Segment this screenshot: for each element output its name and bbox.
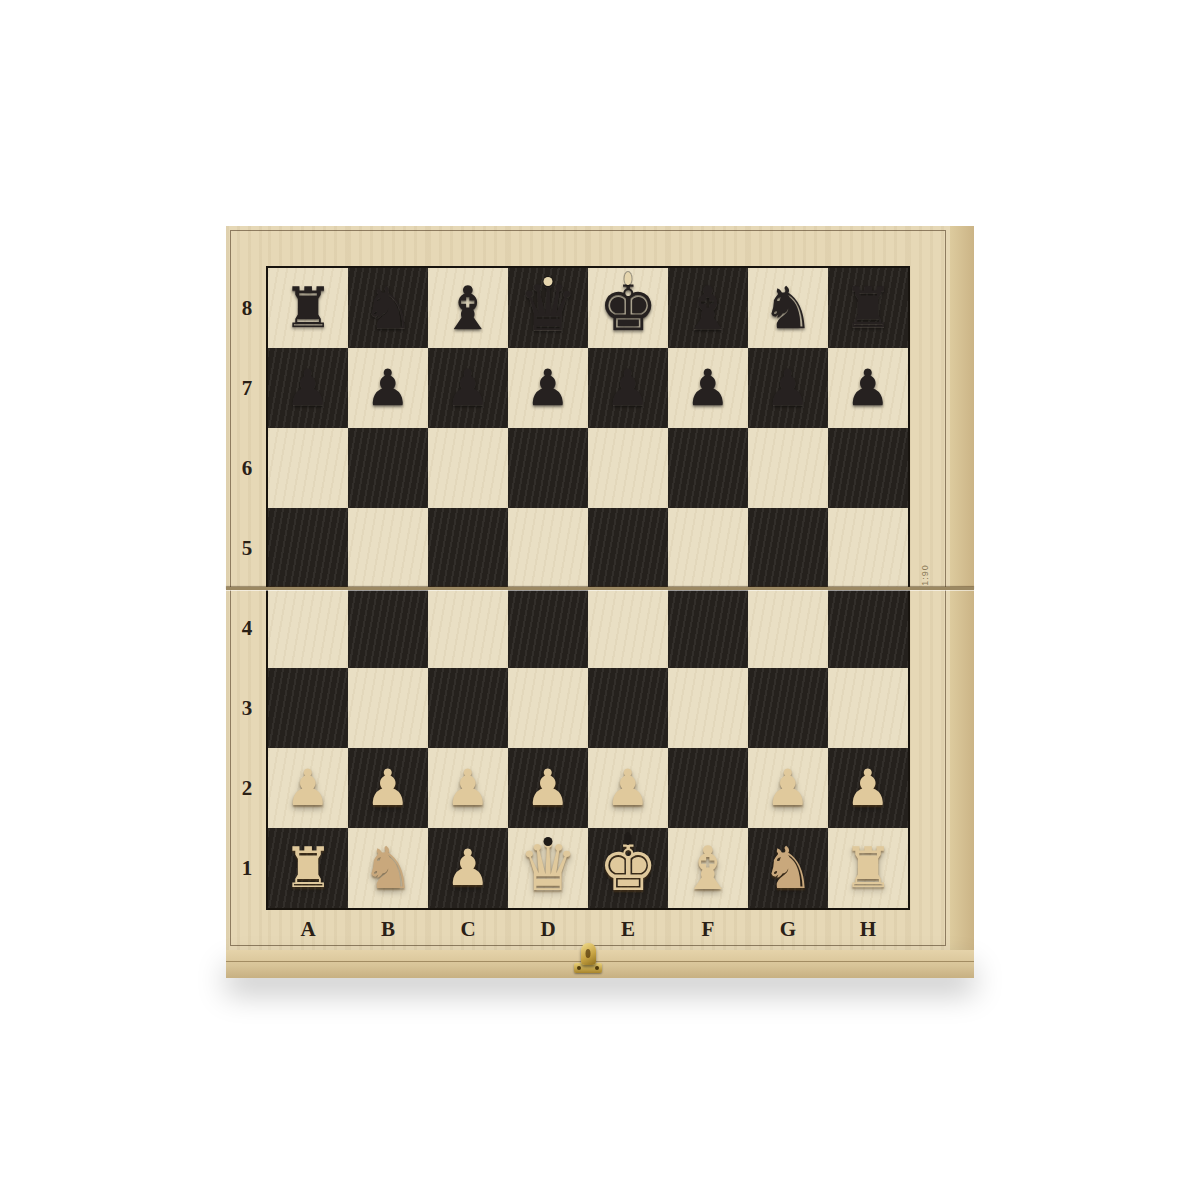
piece-black-knight-b8: ♞ (348, 268, 428, 348)
piece-black-bishop-c8: ♝ (428, 268, 508, 348)
square-h5 (828, 508, 908, 588)
board-border (268, 226, 348, 268)
square-a4 (268, 588, 348, 668)
piece-white-pawn-e2: ♟ (588, 748, 668, 828)
board-border (668, 226, 748, 268)
board-border (428, 226, 508, 268)
piece-white-king-e1: ♚ (588, 828, 668, 908)
clasp-screw (577, 966, 581, 970)
piece-black-rook-h8: ♜ (828, 268, 908, 348)
file-label-h: H (828, 908, 908, 950)
board-side-front (226, 950, 974, 978)
piece-white-pawn-g2: ♟ (748, 748, 828, 828)
square-a6 (268, 428, 348, 508)
square-a3 (268, 668, 348, 748)
square-h2: ♟ (828, 748, 908, 828)
square-h8: ♜ (828, 268, 908, 348)
square-d3 (508, 668, 588, 748)
square-d6 (508, 428, 588, 508)
file-label-a: A (268, 908, 348, 950)
board-border (908, 828, 950, 908)
file-label-c: C (428, 908, 508, 950)
rank-label-7: 7 (226, 348, 268, 428)
square-f6 (668, 428, 748, 508)
square-c5 (428, 508, 508, 588)
square-b3 (348, 668, 428, 748)
board-border (908, 348, 950, 428)
square-h1: ♜ (828, 828, 908, 908)
square-g1: ♞ (748, 828, 828, 908)
piece-white-pawn-c2: ♟ (428, 748, 508, 828)
piece-black-pawn-e7: ♟ (588, 348, 668, 428)
square-f4 (668, 588, 748, 668)
board-border (908, 668, 950, 748)
square-d8: ♛ (508, 268, 588, 348)
square-h3 (828, 668, 908, 748)
finial-light (544, 277, 553, 286)
board-border (348, 226, 428, 268)
piece-white-knight-g1: ♞ (748, 828, 828, 908)
board-border (908, 908, 950, 950)
piece-black-pawn-g7: ♟ (748, 348, 828, 428)
square-b7: ♟ (348, 348, 428, 428)
square-f3 (668, 668, 748, 748)
square-f2 (668, 748, 748, 828)
piece-white-knight-b1: ♞ (348, 828, 428, 908)
piece-black-pawn-c7: ♟ (428, 348, 508, 428)
square-c1: ♟ (428, 828, 508, 908)
square-d2: ♟ (508, 748, 588, 828)
piece-black-rook-a8: ♜ (268, 268, 348, 348)
board-border (226, 908, 268, 950)
square-b1: ♞ (348, 828, 428, 908)
board-border (748, 226, 828, 268)
board-fold-seam (226, 587, 974, 590)
square-c7: ♟ (428, 348, 508, 428)
clasp-flap (581, 943, 596, 965)
square-e3 (588, 668, 668, 748)
square-a5 (268, 508, 348, 588)
square-c6 (428, 428, 508, 508)
square-e7: ♟ (588, 348, 668, 428)
clasp-screw (595, 966, 599, 970)
piece-white-pawn-b2: ♟ (348, 748, 428, 828)
piece-white-bishop-f1: ♝ (668, 828, 748, 908)
finial-light (625, 272, 632, 285)
board-border (588, 226, 668, 268)
square-f8: ♝ (668, 268, 748, 348)
piece-black-queen-d8: ♛ (508, 268, 588, 348)
square-d5 (508, 508, 588, 588)
square-e6 (588, 428, 668, 508)
piece-black-pawn-a7: ♟ (268, 348, 348, 428)
finial-dark (625, 832, 632, 845)
square-a8: ♜ (268, 268, 348, 348)
square-g3 (748, 668, 828, 748)
square-g2: ♟ (748, 748, 828, 828)
square-e5 (588, 508, 668, 588)
board-border (828, 226, 908, 268)
rank-label-1: 1 (226, 828, 268, 908)
square-e4 (588, 588, 668, 668)
board-border (226, 226, 268, 268)
maker-stamp: 1:90 (920, 564, 930, 586)
square-f7: ♟ (668, 348, 748, 428)
board-border (908, 588, 950, 668)
rank-label-6: 6 (226, 428, 268, 508)
piece-black-pawn-d7: ♟ (508, 348, 588, 428)
piece-white-rook-h1: ♜ (828, 828, 908, 908)
piece-white-pawn-c1: ♟ (428, 828, 508, 908)
square-g5 (748, 508, 828, 588)
rank-label-3: 3 (226, 668, 268, 748)
file-label-g: G (748, 908, 828, 950)
square-f5 (668, 508, 748, 588)
square-g6 (748, 428, 828, 508)
square-c4 (428, 588, 508, 668)
piece-black-king-e8: ♚ (588, 268, 668, 348)
piece-white-queen-d1: ♛ (508, 828, 588, 908)
square-e8: ♚ (588, 268, 668, 348)
square-e1: ♚ (588, 828, 668, 908)
piece-white-rook-a1: ♜ (268, 828, 348, 908)
brass-clasp-icon (574, 943, 602, 977)
piece-black-bishop-f8: ♝ (668, 268, 748, 348)
rank-label-5: 5 (226, 508, 268, 588)
square-b6 (348, 428, 428, 508)
piece-white-pawn-h2: ♟ (828, 748, 908, 828)
chess-set: 8♜♞♝♛♚♝♞♜7♟♟♟♟♟♟♟♟65432♟♟♟♟♟♟♟1♜♞♟♛♚♝♞♜A… (226, 226, 950, 950)
square-f1: ♝ (668, 828, 748, 908)
file-label-b: B (348, 908, 428, 950)
square-c2: ♟ (428, 748, 508, 828)
square-b2: ♟ (348, 748, 428, 828)
square-b4 (348, 588, 428, 668)
square-d1: ♛ (508, 828, 588, 908)
square-a1: ♜ (268, 828, 348, 908)
board-border (908, 268, 950, 348)
rank-label-8: 8 (226, 268, 268, 348)
board-border (908, 748, 950, 828)
square-b8: ♞ (348, 268, 428, 348)
product-photo-stage: 8♜♞♝♛♚♝♞♜7♟♟♟♟♟♟♟♟65432♟♟♟♟♟♟♟1♜♞♟♛♚♝♞♜A… (0, 0, 1200, 1200)
square-c8: ♝ (428, 268, 508, 348)
square-d4 (508, 588, 588, 668)
square-h6 (828, 428, 908, 508)
board-border (508, 226, 588, 268)
piece-black-knight-g8: ♞ (748, 268, 828, 348)
square-g7: ♟ (748, 348, 828, 428)
square-e2: ♟ (588, 748, 668, 828)
finial-dark (544, 837, 553, 846)
piece-white-pawn-d2: ♟ (508, 748, 588, 828)
piece-black-pawn-h7: ♟ (828, 348, 908, 428)
piece-black-pawn-f7: ♟ (668, 348, 748, 428)
square-a7: ♟ (268, 348, 348, 428)
square-b5 (348, 508, 428, 588)
board-border (908, 428, 950, 508)
piece-white-pawn-a2: ♟ (268, 748, 348, 828)
square-h7: ♟ (828, 348, 908, 428)
rank-label-4: 4 (226, 588, 268, 668)
square-d7: ♟ (508, 348, 588, 428)
square-c3 (428, 668, 508, 748)
square-g4 (748, 588, 828, 668)
square-a2: ♟ (268, 748, 348, 828)
square-g8: ♞ (748, 268, 828, 348)
file-label-f: F (668, 908, 748, 950)
square-h4 (828, 588, 908, 668)
rank-label-2: 2 (226, 748, 268, 828)
board-border (908, 226, 950, 268)
piece-black-pawn-b7: ♟ (348, 348, 428, 428)
